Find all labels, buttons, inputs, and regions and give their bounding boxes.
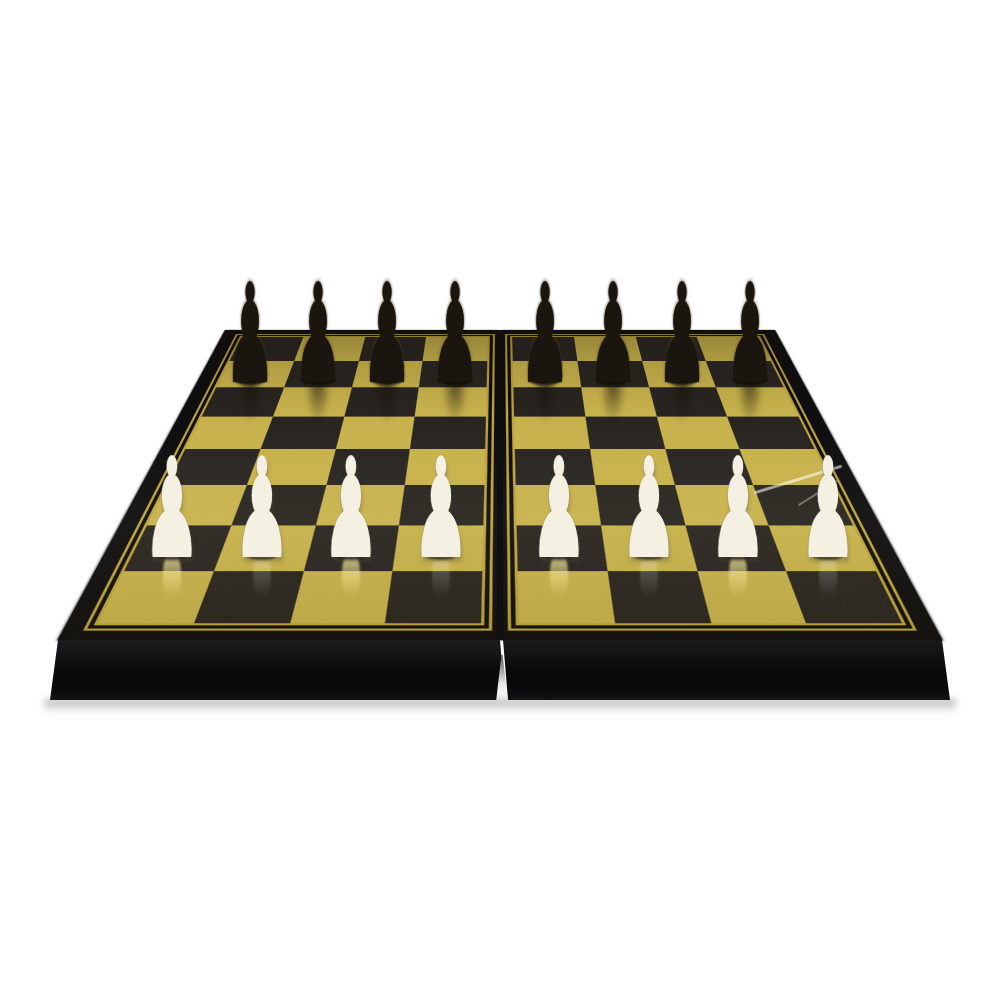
white-pawn-g2[interactable]: ♟ bbox=[709, 440, 768, 579]
white-pawn-d2[interactable]: ♟ bbox=[412, 440, 471, 579]
black-pawn-h7[interactable]: ♟ bbox=[724, 266, 775, 404]
white-pawn-a2[interactable]: ♟ bbox=[143, 440, 202, 579]
black-pawn-f7[interactable]: ♟ bbox=[588, 266, 639, 404]
white-pawn-e2[interactable]: ♟ bbox=[530, 440, 589, 579]
chess-set-photo: ♟♟♟♟♟♟♟♟♟♟♟♟♟♟♟♟ bbox=[0, 0, 1000, 1000]
black-pawn-b7[interactable]: ♟ bbox=[293, 266, 344, 404]
white-pawn-c2[interactable]: ♟ bbox=[322, 440, 381, 579]
board-front-face-right bbox=[500, 640, 950, 702]
board-ground-shadow bbox=[44, 699, 956, 713]
black-pawn-g7[interactable]: ♟ bbox=[656, 266, 707, 404]
black-pawn-d7[interactable]: ♟ bbox=[429, 266, 480, 404]
white-pawn-b2[interactable]: ♟ bbox=[233, 440, 292, 579]
black-pawn-c7[interactable]: ♟ bbox=[361, 266, 412, 404]
board-front-face-left bbox=[50, 640, 505, 702]
black-pawn-a7[interactable]: ♟ bbox=[225, 266, 276, 404]
white-pawn-h2[interactable]: ♟ bbox=[798, 440, 857, 579]
black-pawn-e7[interactable]: ♟ bbox=[520, 266, 571, 404]
white-pawn-f2[interactable]: ♟ bbox=[619, 440, 678, 579]
